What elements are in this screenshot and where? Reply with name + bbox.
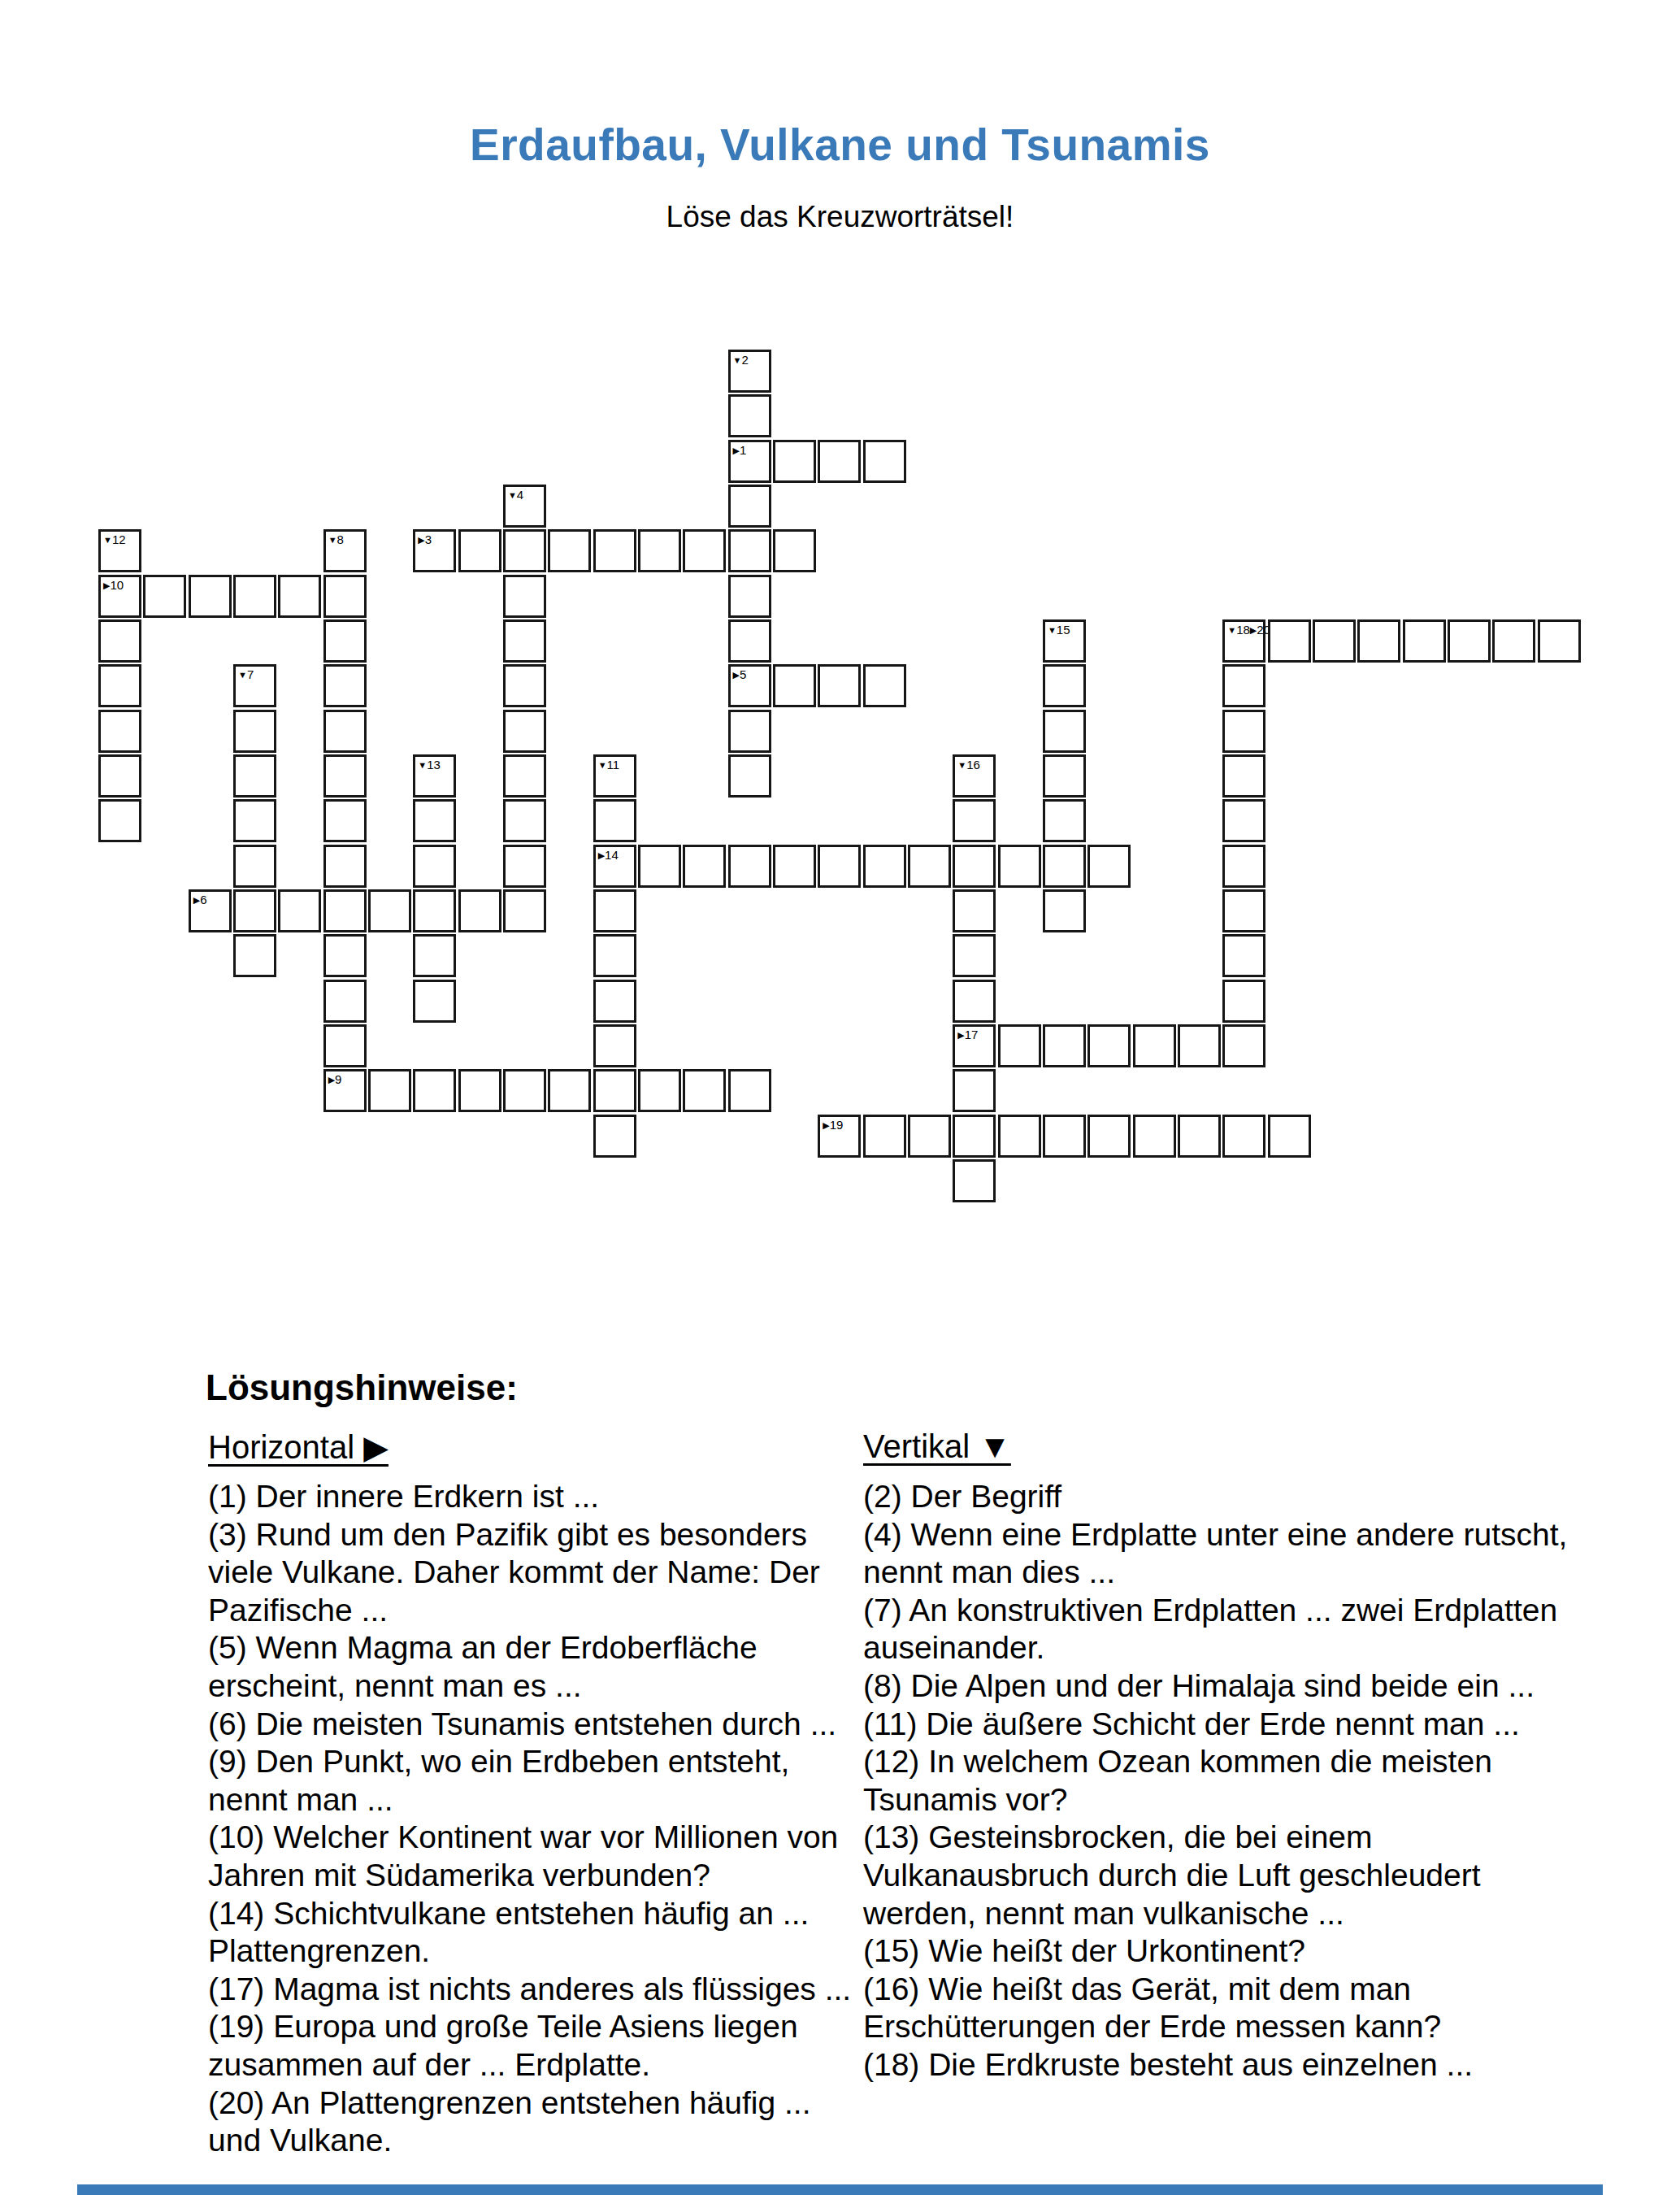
clue-number-label: ▶9 <box>328 1072 342 1087</box>
crossword-cell-c14-r9[interactable] <box>728 754 771 798</box>
crossword-cell-c14-r11[interactable] <box>728 845 771 888</box>
clue-line: (2) Der Begriff <box>863 1478 1567 1516</box>
crossword-cell-c3-r9[interactable] <box>233 754 276 798</box>
crossword-cell-c5-r4[interactable]: ▼8 <box>323 529 367 572</box>
crossword-cell-c17-r11[interactable] <box>863 845 906 888</box>
crossword-cell-c21-r17[interactable] <box>1043 1115 1086 1158</box>
crossword-cell-c16-r7[interactable] <box>818 664 861 707</box>
crossword-cell-c3-r13[interactable] <box>233 934 276 977</box>
crossword-cell-c3-r5[interactable] <box>233 575 276 618</box>
down-arrow-icon: ▼ <box>598 760 607 770</box>
clue-number-label: ▼13 <box>418 758 441 772</box>
clue-line: zusammen auf der ... Erdplatte. <box>208 2046 851 2084</box>
crossword-cell-c6-r12[interactable] <box>368 889 411 932</box>
clue-line: (1) Der innere Erdkern ist ... <box>208 1478 851 1516</box>
crossword-cell-c11-r13[interactable] <box>593 934 636 977</box>
crossword-cell-c3-r11[interactable] <box>233 845 276 888</box>
clue-number-label: ▶17 <box>957 1028 978 1042</box>
crossword-cell-c19-r11[interactable] <box>953 845 996 888</box>
crossword-cell-c12-r11[interactable] <box>638 845 681 888</box>
crossword-cell-c0-r5[interactable]: ▶10 <box>98 575 141 618</box>
crossword-cell-c5-r10[interactable] <box>323 799 367 842</box>
crossword-cell-c19-r16[interactable] <box>953 1069 996 1112</box>
crossword-cell-c27-r6[interactable] <box>1313 619 1356 663</box>
clue-line: (19) Europa und große Teile Asiens liege… <box>208 2008 851 2046</box>
crossword-cell-c14-r3[interactable] <box>728 485 771 528</box>
clue-line: (13) Gesteinsbrocken, die bei einem <box>863 1819 1567 1857</box>
crossword-cell-c5-r5[interactable] <box>323 575 367 618</box>
clue-line: (10) Welcher Kontinent war vor Millionen… <box>208 1819 851 1857</box>
clue-line: (18) Die Erdkruste besteht aus einzelnen… <box>863 2046 1567 2084</box>
clue-line: (20) An Plattengrenzen entstehen häufig … <box>208 2084 851 2123</box>
clue-number: 14 <box>605 848 619 862</box>
down-arrow-icon: ▼ <box>418 760 427 770</box>
crossword-cell-c26-r6[interactable] <box>1268 619 1311 663</box>
crossword-cell-c21-r9[interactable] <box>1043 754 1086 798</box>
clue-number-label: ▶3 <box>418 532 432 547</box>
crossword-cell-c11-r16[interactable] <box>593 1069 636 1112</box>
clue-number-label: ▼4 <box>508 488 523 502</box>
crossword-cell-c15-r7[interactable] <box>773 664 816 707</box>
crossword-cell-c23-r17[interactable] <box>1133 1115 1176 1158</box>
clue-number-label: ▼12 <box>103 532 126 547</box>
crossword-cell-c0-r10[interactable] <box>98 799 141 842</box>
crossword-cell-c5-r13[interactable] <box>323 934 367 977</box>
crossword-cell-c25-r15[interactable] <box>1222 1024 1265 1067</box>
crossword-cell-c21-r8[interactable] <box>1043 710 1086 753</box>
crossword-cell-c25-r14[interactable] <box>1222 980 1265 1023</box>
down-arrow-icon: ▼ <box>957 760 966 770</box>
crossword-board: ▶1▶3▶5▶6▶9▶10▶14▶17▶19▼18▶20▼2▼4▼7▼8▼11▼… <box>0 0 1680 1219</box>
crossword-cell-c7-r14[interactable] <box>413 980 456 1023</box>
crossword-cell-c9-r3[interactable]: ▼4 <box>503 485 546 528</box>
crossword-cell-c24-r15[interactable] <box>1178 1024 1221 1067</box>
clue-line: Vulkanausbruch durch die Luft geschleude… <box>863 1857 1567 1895</box>
clue-number-label: ▼18▶20 <box>1227 623 1270 637</box>
crossword-cell-c22-r11[interactable] <box>1087 845 1131 888</box>
crossword-cell-c25-r8[interactable] <box>1222 710 1265 753</box>
clue-number: 19 <box>830 1118 844 1132</box>
crossword-cell-c16-r17[interactable]: ▶19 <box>818 1115 861 1158</box>
crossword-cell-c9-r16[interactable] <box>503 1069 546 1112</box>
crossword-cell-c19-r18[interactable] <box>953 1159 996 1202</box>
crossword-cell-c3-r7[interactable]: ▼7 <box>233 664 276 707</box>
crossword-cell-c0-r4[interactable]: ▼12 <box>98 529 141 572</box>
clue-line: Erschütterungen der Erde messen kann? <box>863 2008 1567 2046</box>
crossword-cell-c18-r11[interactable] <box>908 845 951 888</box>
crossword-cell-c8-r16[interactable] <box>458 1069 501 1112</box>
across-arrow-icon: ▶ <box>733 670 740 680</box>
crossword-cell-c22-r15[interactable] <box>1087 1024 1131 1067</box>
crossword-cell-c11-r9[interactable]: ▼11 <box>593 754 636 798</box>
down-clue-list: (2) Der Begriff(4) Wenn eine Erdplatte u… <box>863 1478 1567 2084</box>
crossword-cell-c4-r5[interactable] <box>278 575 321 618</box>
clue-number: 8 <box>337 532 344 546</box>
clue-line: (14) Schichtvulkane entstehen häufig an … <box>208 1895 851 1933</box>
clue-line: Pazifische ... <box>208 1592 851 1630</box>
crossword-cell-c9-r10[interactable] <box>503 799 546 842</box>
clue-number-label: ▶10 <box>103 578 124 593</box>
crossword-cell-c25-r7[interactable] <box>1222 664 1265 707</box>
crossword-cell-c11-r11[interactable]: ▶14 <box>593 845 636 888</box>
crossword-cell-c3-r12[interactable] <box>233 889 276 932</box>
crossword-cell-c15-r2[interactable] <box>773 440 816 483</box>
crossword-cell-c25-r10[interactable] <box>1222 799 1265 842</box>
crossword-cell-c4-r12[interactable] <box>278 889 321 932</box>
clue-number-label: ▼8 <box>328 532 344 547</box>
crossword-cell-c28-r6[interactable] <box>1357 619 1400 663</box>
down-arrow-icon: ▼ <box>508 490 517 500</box>
clue-number: 11 <box>607 758 620 772</box>
crossword-cell-c7-r9[interactable]: ▼13 <box>413 754 456 798</box>
crossword-cell-c20-r15[interactable] <box>998 1024 1041 1067</box>
clue-number: 15 <box>1057 623 1070 637</box>
crossword-cell-c5-r8[interactable] <box>323 710 367 753</box>
across-arrow-icon: ▶ <box>328 1075 335 1084</box>
crossword-cell-c7-r4[interactable]: ▶3 <box>413 529 456 572</box>
clue-line: und Vulkane. <box>208 2122 851 2160</box>
clue-line: (17) Magma ist nichts anderes als flüssi… <box>208 1971 851 2009</box>
crossword-cell-c6-r16[interactable] <box>368 1069 411 1112</box>
clue-number: 2 <box>742 353 749 367</box>
crossword-cell-c22-r17[interactable] <box>1087 1115 1131 1158</box>
crossword-cell-c12-r16[interactable] <box>638 1069 681 1112</box>
crossword-cell-c14-r0[interactable]: ▼2 <box>728 350 771 393</box>
crossword-cell-c5-r6[interactable] <box>323 619 367 663</box>
crossword-cell-c7-r12[interactable] <box>413 889 456 932</box>
crossword-cell-c5-r12[interactable] <box>323 889 367 932</box>
crossword-cell-c5-r14[interactable] <box>323 980 367 1023</box>
crossword-cell-c17-r2[interactable] <box>863 440 906 483</box>
clue-number: 16 <box>966 758 980 772</box>
clue-number: 6 <box>200 893 206 906</box>
clue-line: (16) Wie heißt das Gerät, mit dem man <box>863 1971 1567 2009</box>
crossword-cell-c19-r15[interactable]: ▶17 <box>953 1024 996 1067</box>
across-arrow-icon: ▶ <box>733 446 740 455</box>
crossword-cell-c2-r12[interactable]: ▶6 <box>189 889 232 932</box>
crossword-cell-c24-r17[interactable] <box>1178 1115 1221 1158</box>
crossword-cell-c0-r7[interactable] <box>98 664 141 707</box>
down-heading: Vertikal ▼ <box>863 1428 1011 1465</box>
crossword-cell-c32-r6[interactable] <box>1538 619 1581 663</box>
crossword-cell-c7-r13[interactable] <box>413 934 456 977</box>
crossword-cell-c20-r11[interactable] <box>998 845 1041 888</box>
down-arrow-icon: ▼ <box>238 670 247 680</box>
down-arrow-icon: ▼ <box>733 355 742 365</box>
crossword-cell-c10-r16[interactable] <box>548 1069 591 1112</box>
hints-heading: Lösungshinweise: <box>206 1367 518 1408</box>
crossword-cell-c11-r4[interactable] <box>593 529 636 572</box>
clue-line: (15) Wie heißt der Urkontinent? <box>863 1932 1567 1971</box>
worksheet-page: Erdaufbau, Vulkane und Tsunamis Löse das… <box>0 0 1680 2195</box>
across-heading: Horizontal ▶ <box>208 1428 389 1466</box>
clue-number-label: ▼7 <box>238 667 254 682</box>
crossword-cell-c14-r1[interactable] <box>728 394 771 437</box>
clue-line: (5) Wenn Magma an der Erdoberfläche <box>208 1629 851 1667</box>
clue-number: 13 <box>427 758 441 772</box>
clue-number-label: ▼16 <box>957 758 980 772</box>
crossword-cell-c14-r2[interactable]: ▶1 <box>728 440 771 483</box>
crossword-cell-c11-r15[interactable] <box>593 1024 636 1067</box>
crossword-cell-c14-r8[interactable] <box>728 710 771 753</box>
across-arrow-icon: ▶ <box>957 1030 964 1040</box>
clue-line: (6) Die meisten Tsunamis entstehen durch… <box>208 1706 851 1744</box>
crossword-cell-c14-r5[interactable] <box>728 575 771 618</box>
crossword-cell-c7-r10[interactable] <box>413 799 456 842</box>
crossword-cell-c16-r2[interactable] <box>818 440 861 483</box>
across-arrow-icon: ▶ <box>823 1120 829 1130</box>
clue-line: (11) Die äußere Schicht der Erde nennt m… <box>863 1706 1567 1744</box>
crossword-cell-c13-r11[interactable] <box>683 845 726 888</box>
crossword-cell-c25-r12[interactable] <box>1222 889 1265 932</box>
crossword-cell-c16-r11[interactable] <box>818 845 861 888</box>
crossword-cell-c26-r17[interactable] <box>1268 1115 1311 1158</box>
crossword-cell-c9-r5[interactable] <box>503 575 546 618</box>
crossword-cell-c9-r9[interactable] <box>503 754 546 798</box>
clue-line: (8) Die Alpen und der Himalaja sind beid… <box>863 1667 1567 1706</box>
clue-line: nennt man ... <box>208 1781 851 1819</box>
across-arrow-icon: ▶ <box>598 850 605 860</box>
crossword-cell-c9-r8[interactable] <box>503 710 546 753</box>
crossword-cell-c10-r4[interactable] <box>548 529 591 572</box>
crossword-cell-c7-r16[interactable] <box>413 1069 456 1112</box>
crossword-cell-c5-r7[interactable] <box>323 664 367 707</box>
crossword-cell-c0-r6[interactable] <box>98 619 141 663</box>
crossword-cell-c8-r12[interactable] <box>458 889 501 932</box>
crossword-cell-c9-r12[interactable] <box>503 889 546 932</box>
crossword-cell-c13-r4[interactable] <box>683 529 726 572</box>
clue-line: (7) An konstruktiven Erdplatten ... zwei… <box>863 1592 1567 1630</box>
crossword-cell-c25-r11[interactable] <box>1222 845 1265 888</box>
clue-line: erscheint, nennt man es ... <box>208 1667 851 1706</box>
clue-line: werden, nennt man vulkanische ... <box>863 1895 1567 1933</box>
clue-line: (3) Rund um den Pazifik gibt es besonder… <box>208 1516 851 1554</box>
crossword-cell-c19-r17[interactable] <box>953 1115 996 1158</box>
across-arrow-icon: ▶ <box>418 535 424 545</box>
clue-line: nennt man dies ... <box>863 1554 1567 1592</box>
crossword-cell-c21-r6[interactable]: ▼15 <box>1043 619 1086 663</box>
crossword-cell-c25-r9[interactable] <box>1222 754 1265 798</box>
crossword-cell-c14-r4[interactable] <box>728 529 771 572</box>
clue-number-label: ▶19 <box>823 1118 843 1132</box>
crossword-cell-c17-r7[interactable] <box>863 664 906 707</box>
crossword-cell-c5-r11[interactable] <box>323 845 367 888</box>
crossword-cell-c15-r11[interactable] <box>773 845 816 888</box>
crossword-cell-c30-r6[interactable] <box>1448 619 1491 663</box>
clue-number: 12 <box>112 532 126 546</box>
clue-number: 4 <box>517 488 523 502</box>
crossword-cell-c0-r9[interactable] <box>98 754 141 798</box>
down-arrow-icon: ▼ <box>1227 625 1236 635</box>
across-arrow-icon: ▶ <box>193 895 200 905</box>
crossword-cell-c3-r8[interactable] <box>233 710 276 753</box>
crossword-cell-c21-r15[interactable] <box>1043 1024 1086 1067</box>
clue-number: 5 <box>740 667 746 681</box>
clue-number-label: ▶6 <box>193 893 207 907</box>
clue-line: viele Vulkane. Daher kommt der Name: Der <box>208 1554 851 1592</box>
crossword-cell-c11-r17[interactable] <box>593 1115 636 1158</box>
clue-number-label: ▶1 <box>733 443 747 458</box>
crossword-cell-c5-r15[interactable] <box>323 1024 367 1067</box>
crossword-cell-c31-r6[interactable] <box>1492 619 1535 663</box>
clue-line: auseinander. <box>863 1629 1567 1667</box>
crossword-cell-c21-r11[interactable] <box>1043 845 1086 888</box>
clue-line: Jahren mit Südamerika verbunden? <box>208 1857 851 1895</box>
crossword-cell-c7-r11[interactable] <box>413 845 456 888</box>
clue-number: 9 <box>335 1072 341 1086</box>
crossword-cell-c3-r10[interactable] <box>233 799 276 842</box>
clue-number: 18 <box>1236 623 1250 637</box>
crossword-cell-c5-r9[interactable] <box>323 754 367 798</box>
down-arrow-icon: ▼ <box>103 535 112 545</box>
crossword-cell-c5-r16[interactable]: ▶9 <box>323 1069 367 1112</box>
clue-number: 3 <box>425 532 432 546</box>
crossword-cell-c14-r16[interactable] <box>728 1069 771 1112</box>
clue-number-label: ▼15 <box>1048 623 1070 637</box>
crossword-cell-c29-r6[interactable] <box>1403 619 1446 663</box>
clue-number-label: ▼2 <box>733 353 749 367</box>
crossword-cell-c13-r16[interactable] <box>683 1069 726 1112</box>
clue-number-label: ▶14 <box>598 848 619 863</box>
crossword-cell-c9-r6[interactable] <box>503 619 546 663</box>
crossword-cell-c21-r12[interactable] <box>1043 889 1086 932</box>
crossword-cell-c25-r6[interactable]: ▼18▶20 <box>1222 619 1265 663</box>
crossword-cell-c18-r17[interactable] <box>908 1115 951 1158</box>
clue-number-label: ▼11 <box>598 758 619 772</box>
crossword-cell-c11-r10[interactable] <box>593 799 636 842</box>
crossword-cell-c1-r5[interactable] <box>143 575 186 618</box>
crossword-cell-c9-r4[interactable] <box>503 529 546 572</box>
down-arrow-icon: ▼ <box>328 535 337 545</box>
crossword-cell-c21-r10[interactable] <box>1043 799 1086 842</box>
crossword-cell-c19-r14[interactable] <box>953 980 996 1023</box>
clue-line: (4) Wenn eine Erdplatte unter eine ander… <box>863 1516 1567 1554</box>
crossword-cell-c15-r4[interactable] <box>773 529 816 572</box>
crossword-cell-c19-r13[interactable] <box>953 934 996 977</box>
crossword-cell-c11-r12[interactable] <box>593 889 636 932</box>
crossword-cell-c23-r15[interactable] <box>1133 1024 1176 1067</box>
clue-line: Tsunamis vor? <box>863 1781 1567 1819</box>
crossword-cell-c0-r8[interactable] <box>98 710 141 753</box>
crossword-cell-c14-r6[interactable] <box>728 619 771 663</box>
clue-number: 10 <box>110 578 124 592</box>
crossword-cell-c17-r17[interactable] <box>863 1115 906 1158</box>
crossword-cell-c25-r13[interactable] <box>1222 934 1265 977</box>
clue-number: 1 <box>740 443 746 457</box>
crossword-cell-c19-r10[interactable] <box>953 799 996 842</box>
crossword-cell-c25-r17[interactable] <box>1222 1115 1265 1158</box>
crossword-cell-c9-r7[interactable] <box>503 664 546 707</box>
clue-line: (12) In welchem Ozean kommen die meisten <box>863 1743 1567 1781</box>
clue-number: 7 <box>247 667 254 681</box>
crossword-cell-c21-r7[interactable] <box>1043 664 1086 707</box>
crossword-cell-c8-r4[interactable] <box>458 529 501 572</box>
across-clue-list: (1) Der innere Erdkern ist ...(3) Rund u… <box>208 1478 851 2160</box>
bottom-blue-bar <box>77 2184 1603 2195</box>
crossword-cell-c14-r7[interactable]: ▶5 <box>728 664 771 707</box>
clue-number-label: ▶5 <box>733 667 747 682</box>
crossword-cell-c19-r12[interactable] <box>953 889 996 932</box>
crossword-cell-c19-r9[interactable]: ▼16 <box>953 754 996 798</box>
crossword-cell-c20-r17[interactable] <box>998 1115 1041 1158</box>
clue-line: Plattengrenzen. <box>208 1932 851 1971</box>
crossword-cell-c11-r14[interactable] <box>593 980 636 1023</box>
clue-number: 17 <box>965 1028 979 1041</box>
down-arrow-icon: ▼ <box>1048 625 1057 635</box>
clue-line: (9) Den Punkt, wo ein Erdbeben entsteht, <box>208 1743 851 1781</box>
crossword-cell-c9-r11[interactable] <box>503 845 546 888</box>
crossword-cell-c12-r4[interactable] <box>638 529 681 572</box>
crossword-cell-c2-r5[interactable] <box>189 575 232 618</box>
